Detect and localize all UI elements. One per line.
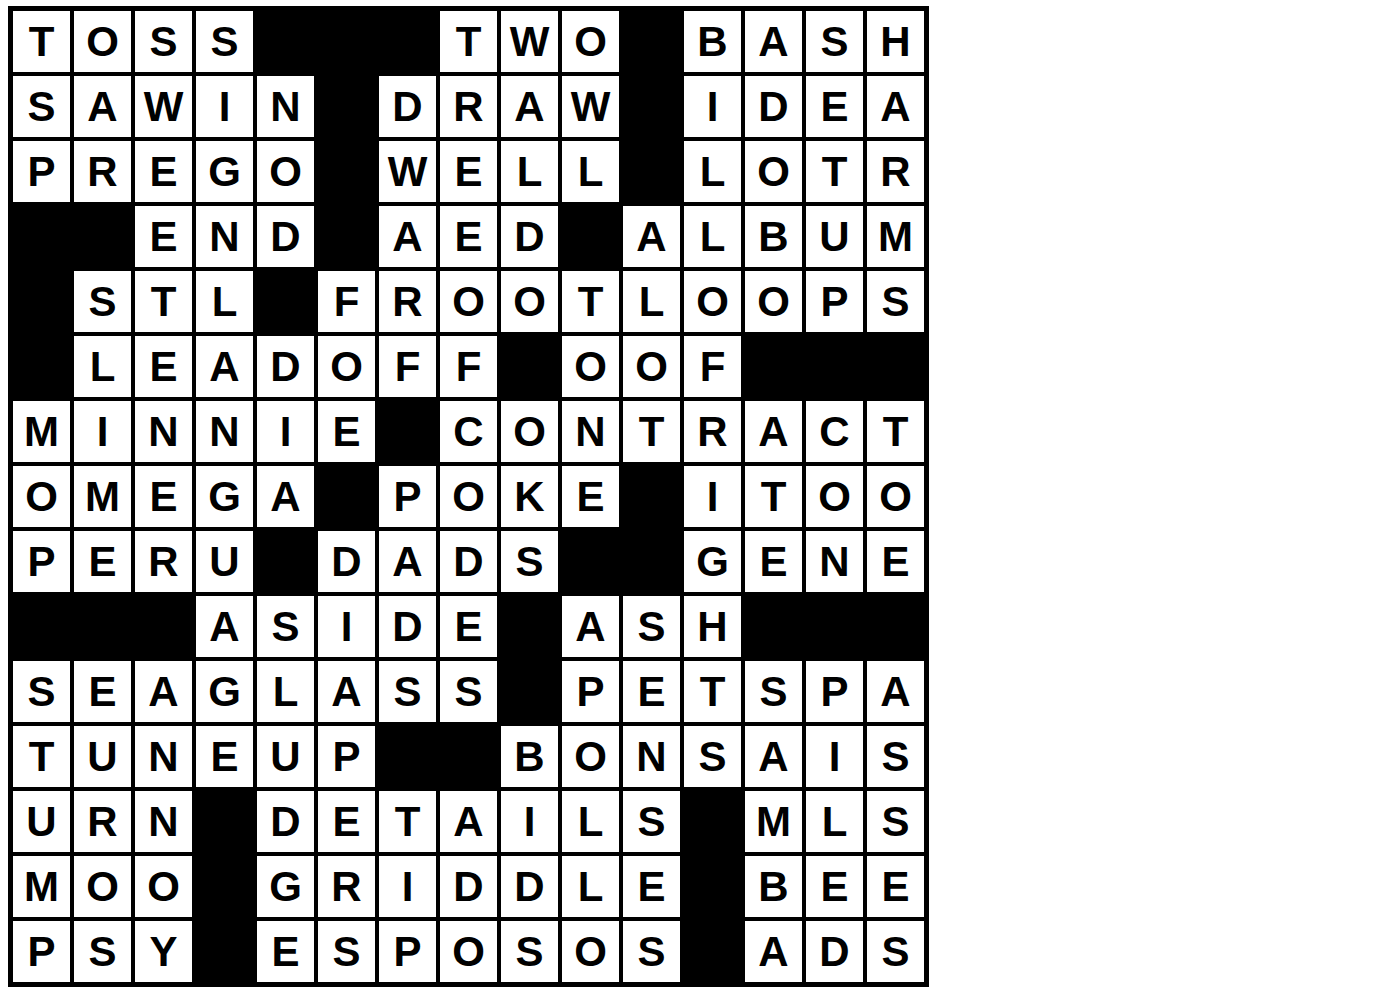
block-cell — [13, 271, 70, 332]
grid-cell[interactable]: N — [135, 726, 192, 787]
grid-cell[interactable]: H — [867, 11, 924, 72]
grid-cell[interactable]: O — [13, 466, 70, 527]
grid-cell[interactable]: E — [135, 336, 192, 397]
grid-cell[interactable]: P — [562, 661, 619, 722]
grid-cell[interactable]: E — [806, 76, 863, 137]
grid-cell[interactable]: A — [135, 661, 192, 722]
grid-cell[interactable]: E — [562, 466, 619, 527]
block-cell — [684, 856, 741, 917]
grid-cell[interactable]: O — [684, 271, 741, 332]
grid-cell[interactable]: R — [684, 401, 741, 462]
grid-cell[interactable]: N — [623, 726, 680, 787]
grid-cell[interactable]: P — [379, 466, 436, 527]
grid-cell[interactable]: N — [196, 206, 253, 267]
grid-cell[interactable]: S — [13, 76, 70, 137]
grid-cell[interactable]: D — [379, 76, 436, 137]
grid-cell[interactable]: O — [74, 856, 131, 917]
grid-cell[interactable]: S — [867, 726, 924, 787]
grid-cell[interactable]: O — [745, 271, 802, 332]
grid-cell[interactable]: U — [13, 791, 70, 852]
block-cell — [318, 466, 375, 527]
block-cell — [867, 596, 924, 657]
block-cell — [684, 791, 741, 852]
grid-cell[interactable]: I — [196, 76, 253, 137]
grid-cell[interactable]: Y — [135, 921, 192, 982]
grid-cell[interactable]: E — [806, 856, 863, 917]
grid-cell[interactable]: A — [867, 76, 924, 137]
grid-cell[interactable]: A — [318, 661, 375, 722]
grid-cell[interactable]: O — [867, 466, 924, 527]
block-cell — [13, 596, 70, 657]
grid-cell[interactable]: D — [440, 531, 497, 592]
grid-cell[interactable]: O — [501, 401, 558, 462]
grid-cell[interactable]: A — [867, 661, 924, 722]
grid-cell[interactable]: O — [440, 921, 497, 982]
grid-cell[interactable]: D — [745, 76, 802, 137]
grid-cell[interactable]: O — [623, 336, 680, 397]
grid-cell[interactable]: O — [318, 336, 375, 397]
block-cell — [74, 596, 131, 657]
block-cell — [257, 271, 314, 332]
grid-cell[interactable]: A — [379, 531, 436, 592]
grid-cell[interactable]: S — [501, 921, 558, 982]
grid-cell[interactable]: O — [806, 466, 863, 527]
grid-cell[interactable]: E — [623, 661, 680, 722]
grid-cell[interactable]: P — [318, 726, 375, 787]
block-cell — [562, 206, 619, 267]
grid-cell[interactable]: W — [562, 76, 619, 137]
grid-cell[interactable]: L — [562, 141, 619, 202]
grid-cell[interactable]: R — [440, 76, 497, 137]
grid-cell[interactable]: M — [745, 791, 802, 852]
grid-cell[interactable]: D — [257, 206, 314, 267]
grid-cell[interactable]: S — [13, 661, 70, 722]
grid-cell[interactable]: E — [440, 141, 497, 202]
crossword-grid: TOSSTWOBASHSAWINDRAWIDEAPREGOWELLLOTREND… — [8, 6, 929, 987]
grid-cell[interactable]: B — [684, 11, 741, 72]
grid-cell[interactable]: T — [440, 11, 497, 72]
grid-cell[interactable]: G — [196, 661, 253, 722]
grid-cell[interactable]: M — [13, 856, 70, 917]
grid-cell[interactable]: S — [867, 921, 924, 982]
grid-cell[interactable]: E — [867, 531, 924, 592]
block-cell — [318, 141, 375, 202]
grid-cell[interactable]: D — [257, 336, 314, 397]
grid-cell[interactable]: S — [135, 11, 192, 72]
grid-cell[interactable]: O — [440, 466, 497, 527]
grid-cell[interactable]: I — [379, 856, 436, 917]
grid-cell[interactable]: U — [257, 726, 314, 787]
grid-cell[interactable]: E — [196, 726, 253, 787]
grid-cell[interactable]: S — [74, 271, 131, 332]
block-cell — [623, 11, 680, 72]
grid-cell[interactable]: G — [684, 531, 741, 592]
grid-cell[interactable]: E — [135, 466, 192, 527]
grid-cell[interactable]: A — [745, 726, 802, 787]
grid-cell[interactable]: S — [318, 921, 375, 982]
grid-cell[interactable]: E — [745, 531, 802, 592]
grid-cell[interactable]: U — [806, 206, 863, 267]
grid-cell[interactable]: S — [867, 271, 924, 332]
block-cell — [501, 336, 558, 397]
grid-cell[interactable]: E — [318, 401, 375, 462]
grid-cell[interactable]: P — [379, 921, 436, 982]
block-cell — [562, 531, 619, 592]
block-cell — [745, 596, 802, 657]
grid-cell[interactable]: O — [501, 271, 558, 332]
block-cell — [379, 401, 436, 462]
grid-cell[interactable]: S — [440, 661, 497, 722]
grid-cell[interactable]: E — [257, 921, 314, 982]
block-cell — [867, 336, 924, 397]
grid-cell[interactable]: O — [562, 11, 619, 72]
grid-cell[interactable]: E — [74, 531, 131, 592]
grid-cell[interactable]: G — [196, 141, 253, 202]
block-cell — [318, 76, 375, 137]
block-cell — [379, 11, 436, 72]
grid-cell[interactable]: R — [74, 141, 131, 202]
block-cell — [623, 141, 680, 202]
grid-cell[interactable]: B — [745, 856, 802, 917]
grid-cell[interactable]: W — [501, 11, 558, 72]
grid-cell[interactable]: O — [74, 11, 131, 72]
grid-cell[interactable]: A — [745, 401, 802, 462]
block-cell — [501, 661, 558, 722]
grid-cell[interactable]: F — [318, 271, 375, 332]
grid-cell[interactable]: R — [74, 791, 131, 852]
grid-cell[interactable]: S — [684, 726, 741, 787]
grid-cell[interactable]: E — [135, 141, 192, 202]
grid-cell[interactable]: N — [562, 401, 619, 462]
grid-cell[interactable]: S — [806, 11, 863, 72]
grid-cell[interactable]: L — [806, 791, 863, 852]
grid-cell[interactable]: T — [135, 271, 192, 332]
grid-cell[interactable]: L — [684, 141, 741, 202]
grid-cell[interactable]: P — [13, 921, 70, 982]
grid-cell[interactable]: E — [135, 206, 192, 267]
grid-cell[interactable]: E — [867, 856, 924, 917]
grid-cell[interactable]: L — [562, 856, 619, 917]
grid-cell[interactable]: E — [440, 206, 497, 267]
grid-cell[interactable]: F — [379, 336, 436, 397]
block-cell — [196, 856, 253, 917]
grid-cell[interactable]: D — [318, 531, 375, 592]
grid-cell[interactable]: R — [379, 271, 436, 332]
grid-cell[interactable]: T — [867, 401, 924, 462]
block-cell — [684, 921, 741, 982]
grid-cell[interactable]: T — [684, 661, 741, 722]
grid-cell[interactable]: E — [623, 856, 680, 917]
grid-cell[interactable]: O — [745, 141, 802, 202]
grid-cell[interactable]: L — [501, 141, 558, 202]
grid-cell[interactable]: O — [562, 336, 619, 397]
block-cell — [501, 596, 558, 657]
grid-cell[interactable]: L — [623, 271, 680, 332]
grid-cell[interactable]: W — [379, 141, 436, 202]
grid-cell[interactable]: N — [135, 791, 192, 852]
grid-cell[interactable]: M — [867, 206, 924, 267]
grid-cell[interactable]: G — [196, 466, 253, 527]
block-cell — [440, 726, 497, 787]
grid-cell[interactable]: F — [684, 336, 741, 397]
grid-cell[interactable]: S — [501, 531, 558, 592]
grid-cell[interactable]: A — [745, 11, 802, 72]
block-cell — [13, 206, 70, 267]
grid-cell[interactable]: I — [318, 596, 375, 657]
grid-cell[interactable]: I — [684, 466, 741, 527]
grid-cell[interactable]: C — [440, 401, 497, 462]
block-cell — [318, 11, 375, 72]
block-cell — [623, 76, 680, 137]
grid-cell[interactable]: S — [379, 661, 436, 722]
grid-cell[interactable]: T — [13, 11, 70, 72]
grid-cell[interactable]: A — [196, 596, 253, 657]
grid-cell[interactable]: P — [13, 141, 70, 202]
grid-cell[interactable]: S — [623, 596, 680, 657]
grid-cell[interactable]: U — [74, 726, 131, 787]
grid-cell[interactable]: T — [379, 791, 436, 852]
block-cell — [623, 466, 680, 527]
grid-cell[interactable]: A — [745, 921, 802, 982]
grid-cell[interactable]: O — [257, 141, 314, 202]
grid-cell[interactable]: B — [501, 726, 558, 787]
grid-cell[interactable]: N — [135, 401, 192, 462]
grid-cell[interactable]: O — [135, 856, 192, 917]
grid-cell[interactable]: R — [867, 141, 924, 202]
grid-cell[interactable]: E — [74, 661, 131, 722]
grid-cell[interactable]: D — [501, 856, 558, 917]
grid-cell[interactable]: C — [806, 401, 863, 462]
grid-cell[interactable]: B — [745, 206, 802, 267]
block-cell — [623, 531, 680, 592]
block-cell — [13, 336, 70, 397]
grid-cell[interactable]: I — [501, 791, 558, 852]
grid-cell[interactable]: A — [501, 76, 558, 137]
grid-cell[interactable]: T — [623, 401, 680, 462]
grid-cell[interactable]: A — [440, 791, 497, 852]
block-cell — [196, 791, 253, 852]
grid-cell[interactable]: E — [318, 791, 375, 852]
grid-cell[interactable]: R — [135, 531, 192, 592]
grid-cell[interactable]: T — [745, 466, 802, 527]
grid-cell[interactable]: D — [501, 206, 558, 267]
grid-cell[interactable]: S — [867, 791, 924, 852]
grid-cell[interactable]: A — [74, 76, 131, 137]
crossword-page: TOSSTWOBASHSAWINDRAWIDEAPREGOWELLLOTREND… — [0, 0, 1400, 1000]
grid-cell[interactable]: W — [135, 76, 192, 137]
block-cell — [318, 206, 375, 267]
grid-cell[interactable]: L — [74, 336, 131, 397]
grid-cell[interactable]: I — [257, 401, 314, 462]
grid-cell[interactable]: M — [74, 466, 131, 527]
grid-cell[interactable]: O — [562, 921, 619, 982]
grid-cell[interactable]: N — [806, 531, 863, 592]
grid-cell[interactable]: H — [684, 596, 741, 657]
block-cell — [745, 336, 802, 397]
grid-cell[interactable]: N — [257, 76, 314, 137]
block-cell — [257, 531, 314, 592]
grid-cell[interactable]: O — [440, 271, 497, 332]
grid-cell[interactable]: S — [623, 921, 680, 982]
grid-cell[interactable]: G — [257, 856, 314, 917]
block-cell — [806, 336, 863, 397]
grid-cell[interactable]: N — [196, 401, 253, 462]
block-cell — [196, 921, 253, 982]
grid-cell[interactable]: A — [623, 206, 680, 267]
grid-cell[interactable]: F — [440, 336, 497, 397]
grid-cell[interactable]: P — [806, 661, 863, 722]
block-cell — [379, 726, 436, 787]
grid-cell[interactable]: S — [745, 661, 802, 722]
grid-cell[interactable]: D — [440, 856, 497, 917]
grid-cell[interactable]: R — [318, 856, 375, 917]
grid-cell[interactable]: I — [806, 726, 863, 787]
grid-cell[interactable]: T — [562, 271, 619, 332]
grid-cell[interactable]: K — [501, 466, 558, 527]
grid-cell[interactable]: I — [684, 76, 741, 137]
grid-cell[interactable]: A — [379, 206, 436, 267]
grid-cell[interactable]: A — [257, 466, 314, 527]
block-cell — [74, 206, 131, 267]
grid-cell[interactable]: O — [562, 726, 619, 787]
block-cell — [806, 596, 863, 657]
grid-cell[interactable]: D — [806, 921, 863, 982]
grid-cell[interactable]: T — [806, 141, 863, 202]
grid-cell[interactable]: S — [196, 11, 253, 72]
grid-cell[interactable]: D — [257, 791, 314, 852]
grid-cell[interactable]: P — [806, 271, 863, 332]
grid-cell[interactable]: L — [257, 661, 314, 722]
grid-cell[interactable]: D — [379, 596, 436, 657]
grid-cell[interactable]: T — [13, 726, 70, 787]
grid-cell[interactable]: S — [623, 791, 680, 852]
grid-cell[interactable]: U — [196, 531, 253, 592]
grid-cell[interactable]: A — [562, 596, 619, 657]
grid-cell[interactable]: L — [562, 791, 619, 852]
grid-cell[interactable]: M — [13, 401, 70, 462]
grid-cell[interactable]: S — [74, 921, 131, 982]
grid-cell[interactable]: L — [684, 206, 741, 267]
grid-cell[interactable]: P — [13, 531, 70, 592]
block-cell — [135, 596, 192, 657]
grid-cell[interactable]: L — [196, 271, 253, 332]
grid-cell[interactable]: E — [440, 596, 497, 657]
block-cell — [257, 11, 314, 72]
grid-cell[interactable]: S — [257, 596, 314, 657]
grid-cell[interactable]: I — [74, 401, 131, 462]
grid-cell[interactable]: A — [196, 336, 253, 397]
